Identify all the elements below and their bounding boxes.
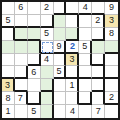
digit: 2 [109,93,114,102]
cell-r1c8[interactable] [92,2,105,15]
cell-r6c3[interactable]: 6 [28,66,41,79]
digit: 2 [44,3,49,12]
digit: 9 [109,3,114,12]
cell-r8c9[interactable]: 2 [105,92,118,105]
cell-r7c8[interactable] [92,79,105,92]
cell-r8c1[interactable]: 8 [2,92,15,105]
cell-r6c2[interactable] [15,66,28,79]
digit: 2 [95,16,100,25]
cell-r4c5[interactable]: 9 [54,41,67,54]
digit: 5 [5,16,10,25]
cell-r5c2[interactable] [15,54,28,67]
digit: 4 [83,3,88,12]
cell-r7c1[interactable]: 3 [2,79,15,92]
cell-r9c1[interactable]: 1 [2,105,15,118]
cell-r6c6[interactable] [66,66,79,79]
cell-r3c9[interactable]: 8 [105,28,118,41]
cell-r6c9[interactable] [105,66,118,79]
cell-r1c9[interactable]: 9 [105,2,118,15]
digit: 5 [82,42,87,51]
cell-r3c1[interactable] [2,28,15,41]
digit: 6 [31,68,36,77]
cell-r3c5[interactable] [54,28,67,41]
cell-r1c1[interactable] [2,2,15,15]
digit: 8 [5,94,10,103]
cell-r8c7[interactable] [79,92,92,105]
cell-r2c2[interactable] [15,15,28,28]
cell-r1c6[interactable] [66,2,79,15]
cell-r2c6[interactable] [66,15,79,28]
digit: 5 [44,29,49,38]
cell-r4c7[interactable]: 5 [79,41,92,54]
cell-r4c6[interactable]: 2 [66,41,79,54]
digit: 8 [109,29,114,38]
digit: 3 [69,55,74,64]
digit: 3 [109,16,114,25]
cell-r5c3[interactable] [28,54,41,67]
sudoku-board: 6249523589254365318721547 [0,0,120,120]
cell-r8c2[interactable]: 7 [15,92,28,105]
digit: 4 [70,107,75,116]
cell-r3c7[interactable] [79,28,92,41]
cell-r5c8[interactable] [92,54,105,67]
cell-r7c6[interactable]: 1 [66,79,79,92]
cell-r5c5[interactable] [54,54,67,67]
cell-r9c7[interactable] [79,105,92,118]
cell-r6c8[interactable] [92,66,105,79]
cell-r4c1[interactable] [2,41,15,54]
cell-r1c7[interactable]: 4 [79,2,92,15]
cell-r3c3[interactable] [28,28,41,41]
cell-r5c9[interactable] [105,54,118,67]
cell-r7c9[interactable] [105,79,118,92]
digit: 3 [5,81,10,90]
cell-r9c3[interactable]: 5 [28,105,41,118]
cell-r9c8[interactable]: 7 [92,105,105,118]
cell-r9c2[interactable] [15,105,28,118]
cell-r1c2[interactable]: 6 [15,2,28,15]
cell-r6c4[interactable] [41,66,54,79]
cell-r9c4[interactable] [41,105,54,118]
cell-r2c4[interactable] [41,15,54,28]
cell-r7c5[interactable] [54,79,67,92]
cell-r9c6[interactable]: 4 [66,105,79,118]
cell-r2c5[interactable] [54,15,67,28]
cell-r4c2[interactable] [15,41,28,54]
cell-r7c7[interactable] [79,79,92,92]
cell-r6c1[interactable] [2,66,15,79]
digit: 5 [31,107,36,116]
cell-r2c9[interactable]: 3 [105,15,118,28]
digit: 7 [18,94,23,103]
cell-r4c9[interactable] [105,41,118,54]
cell-r5c7[interactable] [79,54,92,67]
cell-r3c6[interactable] [66,28,79,41]
cell-r8c4[interactable] [41,92,54,105]
digit: 2 [70,42,75,51]
digit: 6 [18,3,23,12]
cell-r7c3[interactable] [28,79,41,92]
cell-r2c3[interactable] [28,15,41,28]
cell-r4c3[interactable] [28,41,41,54]
cell-r2c1[interactable]: 5 [2,15,15,28]
cell-r4c8[interactable] [92,41,105,54]
cell-r1c3[interactable] [28,2,41,15]
cell-r5c4[interactable]: 4 [41,54,54,67]
cell-r7c2[interactable] [15,79,28,92]
sudoku-app: 6249523589254365318721547 [0,0,120,120]
digit: 4 [44,55,49,64]
cell-r8c8[interactable] [92,92,105,105]
digit: 5 [56,67,61,76]
cell-r3c8[interactable] [92,28,105,41]
cell-r9c5[interactable] [54,105,67,118]
cell-r2c8[interactable]: 2 [92,15,105,28]
cell-r6c5[interactable]: 5 [54,66,67,79]
cell-r1c4[interactable]: 2 [41,2,54,15]
cell-r3c2[interactable] [15,28,28,41]
cell-r8c6[interactable] [66,92,79,105]
cell-r7c4[interactable] [41,79,54,92]
cell-r1c5[interactable] [54,2,67,15]
cell-r6c7[interactable] [79,66,92,79]
cell-r5c6[interactable]: 3 [66,54,79,67]
cell-r8c3[interactable] [28,92,41,105]
digit: 1 [5,107,10,116]
cell-r8c5[interactable] [54,92,67,105]
digit: 1 [69,81,74,90]
cell-r2c7[interactable] [79,15,92,28]
cell-r4c4[interactable] [41,41,54,54]
cell-r5c1[interactable] [2,54,15,67]
cell-r9c9[interactable] [105,105,118,118]
cell-r3c4[interactable]: 5 [41,28,54,41]
digit: 9 [56,42,61,51]
digit: 7 [96,107,101,116]
